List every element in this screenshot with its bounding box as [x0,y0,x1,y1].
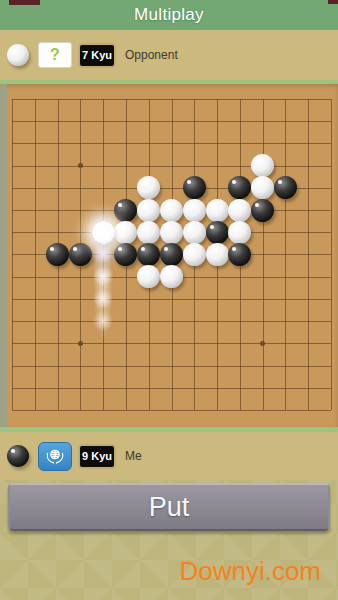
stone-black [137,243,160,266]
opponent-rank-badge: 7 Kyu [78,43,116,68]
stone-white [228,221,251,244]
stone-black [114,243,137,266]
stone-white [137,176,160,199]
stone-white [160,265,183,288]
put-button-label: Put [149,492,190,523]
grid-line [12,143,331,144]
status-artifact-left [9,0,40,5]
stone-black [160,243,183,266]
stone-black [274,176,297,199]
grid-line [12,321,331,322]
stone-white [251,176,274,199]
grid-line [331,99,332,410]
grid-line [12,121,331,122]
unknown-avatar-badge: ? [38,42,72,68]
stone-black [228,243,251,266]
stone-white [92,221,115,244]
star-point [78,163,83,168]
stone-black [183,176,206,199]
stone-black [114,199,137,222]
opponent-label: Opponent [125,48,178,62]
stone-black [251,199,274,222]
star-point [78,341,83,346]
me-bar: 9 Kyu Me [0,432,338,480]
header-bar: Multiplay [0,0,338,30]
grid-line [12,343,331,344]
stone-white [137,199,160,222]
stone-white [183,199,206,222]
watermark-text: Downyi.com [179,556,321,587]
grid-line [12,299,331,300]
white-stone-avatar [7,44,29,66]
star-point [260,341,265,346]
put-button[interactable]: Put [8,483,330,531]
grid-line [12,366,331,367]
stone-white [160,221,183,244]
stone-white [228,199,251,222]
grid-line [12,410,331,411]
me-rank-badge: 9 Kyu [78,444,116,469]
stone-black [69,243,92,266]
grid-line [12,166,331,167]
stone-black [228,176,251,199]
stone-white [183,243,206,266]
opponent-bar: ? 7 Kyu Opponent [0,30,338,80]
me-label: Me [125,449,142,463]
stone-black [206,221,229,244]
stone-white [183,221,206,244]
stone-black [46,243,69,266]
board-left-edge [0,84,7,427]
un-emblem-icon [44,446,66,466]
grid-line [12,99,331,100]
stone-white [251,154,274,177]
gomoku-board[interactable] [0,84,338,427]
stone-white [137,265,160,288]
stone-white [137,221,160,244]
stone-white [114,221,137,244]
flag-icon [38,442,72,471]
stone-white [206,199,229,222]
app-screen: { "app": { "title": "Multiplay" }, "oppo… [0,0,338,600]
black-stone-avatar [7,445,29,467]
grid-line [12,388,331,389]
page-title: Multiplay [134,5,204,25]
stone-white [160,199,183,222]
stone-white [206,243,229,266]
status-artifact-right [328,0,338,4]
